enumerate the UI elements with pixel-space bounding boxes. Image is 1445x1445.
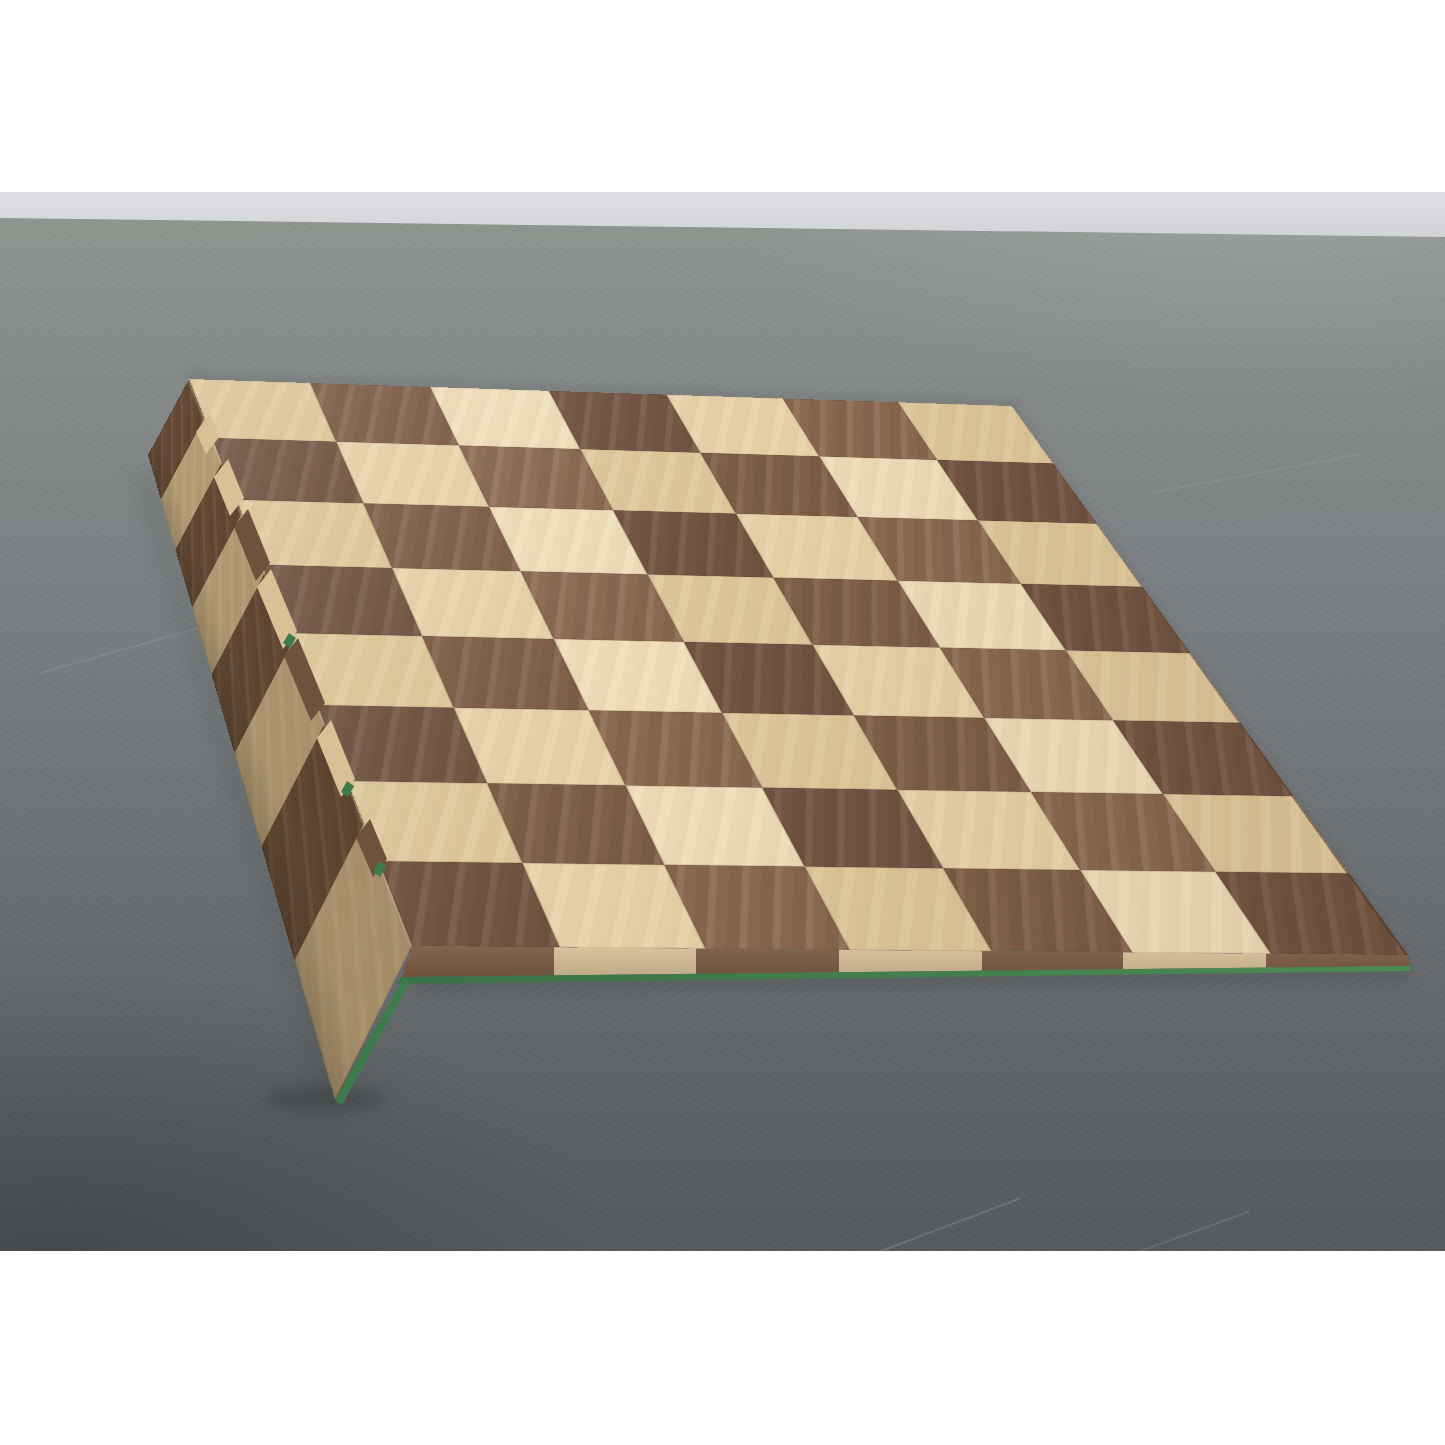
photo-area <box>0 192 1445 1251</box>
letterbox-bottom <box>0 1251 1445 1445</box>
product-photo-canvas <box>0 0 1445 1445</box>
letterbox-top <box>0 0 1445 192</box>
slate-floor <box>0 192 1445 1251</box>
